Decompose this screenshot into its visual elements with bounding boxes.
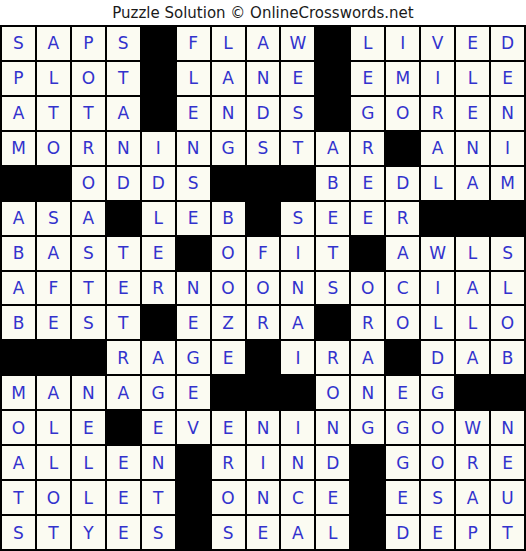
letter-cell: I bbox=[281, 411, 314, 444]
letter-cell: E bbox=[107, 446, 140, 479]
letter-cell: E bbox=[177, 202, 210, 235]
letter-cell: E bbox=[177, 306, 210, 339]
letter-cell: G bbox=[351, 97, 384, 130]
black-cell bbox=[247, 167, 280, 200]
letter-cell: D bbox=[142, 167, 175, 200]
letter-cell: O bbox=[351, 272, 384, 305]
letter-cell: E bbox=[351, 167, 384, 200]
letter-cell: D bbox=[386, 516, 419, 549]
letter-cell: D bbox=[107, 167, 140, 200]
letter-cell: M bbox=[386, 62, 419, 95]
letter-cell: N bbox=[456, 132, 489, 165]
letter-cell: E bbox=[491, 446, 524, 479]
letter-cell: P bbox=[2, 62, 35, 95]
black-cell bbox=[386, 132, 419, 165]
letter-cell: A bbox=[107, 376, 140, 409]
black-cell bbox=[37, 341, 70, 374]
letter-cell: N bbox=[316, 411, 349, 444]
letter-cell: O bbox=[212, 272, 245, 305]
letter-cell: S bbox=[421, 481, 454, 514]
letter-cell: A bbox=[37, 376, 70, 409]
letter-cell: N bbox=[491, 97, 524, 130]
black-cell bbox=[456, 202, 489, 235]
letter-cell: O bbox=[491, 306, 524, 339]
letter-cell: L bbox=[177, 62, 210, 95]
letter-cell: E bbox=[316, 481, 349, 514]
letter-cell: W bbox=[456, 411, 489, 444]
letter-cell: E bbox=[421, 516, 454, 549]
black-cell bbox=[351, 481, 384, 514]
letter-cell: A bbox=[212, 62, 245, 95]
letter-cell: A bbox=[351, 341, 384, 374]
letter-cell: L bbox=[456, 62, 489, 95]
letter-cell: A bbox=[107, 97, 140, 130]
black-cell bbox=[177, 237, 210, 270]
black-cell bbox=[247, 376, 280, 409]
letter-cell: E bbox=[351, 62, 384, 95]
black-cell bbox=[72, 341, 105, 374]
black-cell bbox=[316, 306, 349, 339]
letter-cell: G bbox=[212, 132, 245, 165]
letter-cell: A bbox=[386, 237, 419, 270]
letter-cell: A bbox=[2, 202, 35, 235]
letter-cell: O bbox=[316, 376, 349, 409]
letter-cell: U bbox=[491, 481, 524, 514]
letter-cell: T bbox=[491, 516, 524, 549]
letter-cell: L bbox=[37, 446, 70, 479]
black-cell bbox=[281, 167, 314, 200]
letter-cell: N bbox=[177, 132, 210, 165]
letter-cell: T bbox=[316, 237, 349, 270]
letter-cell: S bbox=[72, 237, 105, 270]
letter-cell: T bbox=[37, 97, 70, 130]
black-cell bbox=[491, 202, 524, 235]
letter-cell: E bbox=[142, 237, 175, 270]
letter-cell: O bbox=[386, 97, 419, 130]
letter-cell: A bbox=[37, 237, 70, 270]
black-cell bbox=[142, 97, 175, 130]
letter-cell: L bbox=[37, 62, 70, 95]
letter-cell: I bbox=[386, 27, 419, 60]
letter-cell: E bbox=[491, 62, 524, 95]
letter-cell: C bbox=[386, 272, 419, 305]
letter-cell: B bbox=[2, 237, 35, 270]
letter-cell: O bbox=[37, 481, 70, 514]
black-cell bbox=[386, 341, 419, 374]
letter-cell: B bbox=[316, 167, 349, 200]
letter-cell: E bbox=[386, 376, 419, 409]
letter-cell: L bbox=[351, 27, 384, 60]
black-cell bbox=[281, 376, 314, 409]
letter-cell: R bbox=[72, 132, 105, 165]
black-cell bbox=[421, 202, 454, 235]
letter-cell: D bbox=[247, 97, 280, 130]
letter-cell: E bbox=[316, 202, 349, 235]
black-cell bbox=[316, 27, 349, 60]
letter-cell: G bbox=[142, 376, 175, 409]
letter-cell: O bbox=[212, 481, 245, 514]
letter-cell: A bbox=[37, 27, 70, 60]
letter-cell: O bbox=[37, 132, 70, 165]
letter-cell: W bbox=[281, 27, 314, 60]
letter-cell: A bbox=[456, 272, 489, 305]
letter-cell: L bbox=[316, 516, 349, 549]
letter-cell: O bbox=[212, 237, 245, 270]
letter-cell: A bbox=[247, 27, 280, 60]
letter-cell: R bbox=[316, 341, 349, 374]
letter-cell: O bbox=[386, 306, 419, 339]
letter-cell: T bbox=[107, 306, 140, 339]
letter-cell: G bbox=[177, 341, 210, 374]
black-cell bbox=[316, 62, 349, 95]
letter-cell: E bbox=[351, 202, 384, 235]
letter-cell: E bbox=[177, 97, 210, 130]
letter-cell: A bbox=[456, 481, 489, 514]
letter-cell: I bbox=[281, 237, 314, 270]
letter-cell: S bbox=[107, 27, 140, 60]
letter-cell: L bbox=[72, 481, 105, 514]
letter-cell: L bbox=[72, 446, 105, 479]
letter-cell: S bbox=[491, 237, 524, 270]
letter-cell: E bbox=[37, 306, 70, 339]
black-cell bbox=[2, 167, 35, 200]
letter-cell: S bbox=[2, 516, 35, 549]
letter-cell: T bbox=[72, 272, 105, 305]
black-cell bbox=[456, 376, 489, 409]
letter-cell: A bbox=[421, 132, 454, 165]
letter-cell: B bbox=[212, 202, 245, 235]
letter-cell: O bbox=[421, 446, 454, 479]
letter-cell: T bbox=[281, 132, 314, 165]
letter-cell: C bbox=[281, 481, 314, 514]
letter-cell: G bbox=[386, 446, 419, 479]
letter-cell: I bbox=[142, 132, 175, 165]
letter-cell: A bbox=[2, 272, 35, 305]
letter-cell: E bbox=[212, 341, 245, 374]
letter-cell: P bbox=[456, 516, 489, 549]
letter-cell: T bbox=[142, 481, 175, 514]
letter-cell: O bbox=[247, 272, 280, 305]
letter-cell: R bbox=[247, 306, 280, 339]
letter-cell: I bbox=[281, 341, 314, 374]
letter-cell: A bbox=[456, 341, 489, 374]
letter-cell: E bbox=[386, 481, 419, 514]
letter-cell: E bbox=[281, 62, 314, 95]
letter-cell: E bbox=[107, 481, 140, 514]
letter-cell: F bbox=[177, 27, 210, 60]
letter-cell: A bbox=[456, 167, 489, 200]
letter-cell: I bbox=[421, 62, 454, 95]
letter-cell: R bbox=[456, 446, 489, 479]
letter-cell: D bbox=[421, 341, 454, 374]
letter-cell: V bbox=[177, 411, 210, 444]
letter-cell: B bbox=[2, 306, 35, 339]
letter-cell: E bbox=[72, 411, 105, 444]
letter-cell: L bbox=[421, 167, 454, 200]
letter-cell: L bbox=[421, 306, 454, 339]
letter-cell: S bbox=[142, 516, 175, 549]
letter-cell: S bbox=[37, 202, 70, 235]
black-cell bbox=[142, 62, 175, 95]
black-cell bbox=[107, 202, 140, 235]
letter-cell: P bbox=[72, 27, 105, 60]
letter-cell: N bbox=[177, 272, 210, 305]
letter-cell: R bbox=[212, 446, 245, 479]
letter-cell: E bbox=[107, 516, 140, 549]
crossword-solution-page: Puzzle Solution © OnlineCrosswords.net S… bbox=[0, 0, 526, 551]
letter-cell: E bbox=[142, 411, 175, 444]
letter-cell: N bbox=[142, 446, 175, 479]
letter-cell: L bbox=[212, 27, 245, 60]
letter-cell: S bbox=[247, 132, 280, 165]
letter-cell: N bbox=[247, 62, 280, 95]
black-cell bbox=[247, 341, 280, 374]
letter-cell: V bbox=[421, 27, 454, 60]
black-cell bbox=[212, 376, 245, 409]
letter-cell: A bbox=[281, 516, 314, 549]
black-cell bbox=[491, 376, 524, 409]
letter-cell: E bbox=[107, 272, 140, 305]
letter-cell: N bbox=[107, 132, 140, 165]
black-cell bbox=[142, 27, 175, 60]
crossword-grid: SAPSFLAWLIVEDPLOTLANEEMILEATTAENDSGORENM… bbox=[0, 25, 526, 551]
letter-cell: T bbox=[107, 237, 140, 270]
black-cell bbox=[316, 97, 349, 130]
letter-cell: F bbox=[247, 237, 280, 270]
letter-cell: F bbox=[37, 272, 70, 305]
letter-cell: S bbox=[281, 202, 314, 235]
letter-cell: Y bbox=[72, 516, 105, 549]
letter-cell: M bbox=[2, 132, 35, 165]
letter-cell: M bbox=[491, 167, 524, 200]
letter-cell: A bbox=[142, 341, 175, 374]
letter-cell: L bbox=[456, 237, 489, 270]
letter-cell: N bbox=[281, 446, 314, 479]
letter-cell: G bbox=[421, 376, 454, 409]
letter-cell: O bbox=[421, 411, 454, 444]
letter-cell: R bbox=[351, 132, 384, 165]
letter-cell: T bbox=[2, 481, 35, 514]
black-cell bbox=[177, 516, 210, 549]
letter-cell: N bbox=[351, 376, 384, 409]
letter-cell: N bbox=[491, 411, 524, 444]
letter-cell: O bbox=[72, 167, 105, 200]
letter-cell: E bbox=[177, 376, 210, 409]
letter-cell: A bbox=[72, 202, 105, 235]
letter-cell: E bbox=[456, 27, 489, 60]
letter-cell: I bbox=[247, 446, 280, 479]
letter-cell: I bbox=[421, 272, 454, 305]
black-cell bbox=[2, 341, 35, 374]
letter-cell: A bbox=[2, 97, 35, 130]
letter-cell: L bbox=[456, 306, 489, 339]
letter-cell: S bbox=[281, 97, 314, 130]
letter-cell: A bbox=[281, 306, 314, 339]
letter-cell: L bbox=[37, 411, 70, 444]
letter-cell: M bbox=[2, 376, 35, 409]
letter-cell: T bbox=[107, 62, 140, 95]
letter-cell: N bbox=[281, 272, 314, 305]
letter-cell: T bbox=[72, 97, 105, 130]
letter-cell: D bbox=[491, 27, 524, 60]
letter-cell: S bbox=[212, 516, 245, 549]
letter-cell: L bbox=[491, 272, 524, 305]
black-cell bbox=[177, 446, 210, 479]
black-cell bbox=[212, 167, 245, 200]
letter-cell: S bbox=[177, 167, 210, 200]
letter-cell: A bbox=[2, 446, 35, 479]
black-cell bbox=[247, 202, 280, 235]
letter-cell: N bbox=[72, 376, 105, 409]
letter-cell: S bbox=[72, 306, 105, 339]
letter-cell: S bbox=[2, 27, 35, 60]
letter-cell: D bbox=[386, 167, 419, 200]
black-cell bbox=[351, 516, 384, 549]
letter-cell: R bbox=[142, 272, 175, 305]
letter-cell: R bbox=[386, 202, 419, 235]
letter-cell: A bbox=[316, 132, 349, 165]
letter-cell: S bbox=[316, 272, 349, 305]
letter-cell: D bbox=[316, 446, 349, 479]
black-cell bbox=[37, 167, 70, 200]
letter-cell: R bbox=[351, 306, 384, 339]
letter-cell: Z bbox=[212, 306, 245, 339]
letter-cell: G bbox=[351, 411, 384, 444]
letter-cell: B bbox=[491, 341, 524, 374]
letter-cell: W bbox=[421, 237, 454, 270]
black-cell bbox=[351, 237, 384, 270]
black-cell bbox=[177, 481, 210, 514]
black-cell bbox=[142, 306, 175, 339]
letter-cell: N bbox=[212, 97, 245, 130]
letter-cell: E bbox=[456, 97, 489, 130]
black-cell bbox=[107, 411, 140, 444]
letter-cell: G bbox=[386, 411, 419, 444]
letter-cell: R bbox=[421, 97, 454, 130]
letter-cell: N bbox=[247, 411, 280, 444]
letter-cell: O bbox=[72, 62, 105, 95]
letter-cell: I bbox=[491, 132, 524, 165]
letter-cell: E bbox=[247, 516, 280, 549]
letter-cell: R bbox=[107, 341, 140, 374]
letter-cell: T bbox=[37, 516, 70, 549]
letter-cell: N bbox=[247, 481, 280, 514]
black-cell bbox=[351, 446, 384, 479]
letter-cell: L bbox=[142, 202, 175, 235]
page-title: Puzzle Solution © OnlineCrosswords.net bbox=[0, 0, 526, 25]
letter-cell: O bbox=[2, 411, 35, 444]
letter-cell: E bbox=[212, 411, 245, 444]
